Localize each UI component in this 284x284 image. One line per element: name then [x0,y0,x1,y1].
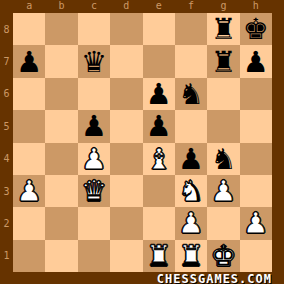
square-g8: ♜ [207,13,239,45]
square-d6 [110,78,142,110]
piece-black-pawn: ♟ [16,46,42,78]
piece-white-bishop: ♝ [146,143,172,175]
file-label-f: f [175,0,207,13]
piece-black-pawn: ♟ [81,110,107,142]
square-g2 [207,207,239,239]
square-d4 [110,143,142,175]
square-f1: ♜ [175,240,207,272]
piece-white-queen: ♛ [81,175,107,207]
rank-label-7: 7 [0,56,13,67]
rank-labels: 87654321 [0,13,13,272]
square-b1 [45,240,77,272]
rank-label-4: 4 [0,153,13,164]
rank-label-2: 2 [0,218,13,229]
rank-label-8: 8 [0,24,13,35]
piece-black-queen: ♛ [81,46,107,78]
square-a5 [13,110,45,142]
file-label-h: h [240,0,272,13]
square-a3: ♟ [13,175,45,207]
square-g6 [207,78,239,110]
rank-label-5: 5 [0,121,13,132]
square-c2 [78,207,110,239]
piece-white-knight: ♞ [178,175,204,207]
chess-board: ♜♚♟♛♜♟♟♞♟♟♟♝♟♞♟♛♞♟♟♟♜♜♚ [13,13,272,272]
square-f3: ♞ [175,175,207,207]
square-c8 [78,13,110,45]
square-c7: ♛ [78,45,110,77]
square-h5 [240,110,272,142]
square-b3 [45,175,77,207]
square-c3: ♛ [78,175,110,207]
chessgames-site-link[interactable]: CHESSGAMES.COM [157,272,272,284]
square-e1: ♜ [143,240,175,272]
square-b5 [45,110,77,142]
square-b6 [45,78,77,110]
square-c1 [78,240,110,272]
square-h4 [240,143,272,175]
square-h2: ♟ [240,207,272,239]
square-h8: ♚ [240,13,272,45]
square-a1 [13,240,45,272]
square-d1 [110,240,142,272]
square-a2 [13,207,45,239]
piece-black-king: ♚ [243,13,269,45]
square-e5: ♟ [143,110,175,142]
file-label-g: g [207,0,239,13]
piece-black-pawn: ♟ [146,78,172,110]
square-h7: ♟ [240,45,272,77]
piece-white-pawn: ♟ [178,207,204,239]
piece-white-king: ♚ [210,240,236,272]
square-c5: ♟ [78,110,110,142]
square-f6: ♞ [175,78,207,110]
square-f7 [175,45,207,77]
piece-white-pawn: ♟ [210,175,236,207]
square-a7: ♟ [13,45,45,77]
piece-black-pawn: ♟ [243,46,269,78]
piece-white-pawn: ♟ [16,175,42,207]
piece-black-pawn: ♟ [178,143,204,175]
square-d3 [110,175,142,207]
piece-white-rook: ♜ [178,240,204,272]
square-b4 [45,143,77,175]
file-label-c: c [78,0,110,13]
square-h1 [240,240,272,272]
rank-label-1: 1 [0,250,13,261]
square-d5 [110,110,142,142]
piece-black-knight: ♞ [178,78,204,110]
square-d7 [110,45,142,77]
square-a6 [13,78,45,110]
square-g5 [207,110,239,142]
square-e6: ♟ [143,78,175,110]
piece-black-rook: ♜ [210,46,236,78]
square-b7 [45,45,77,77]
rank-label-6: 6 [0,88,13,99]
square-f2: ♟ [175,207,207,239]
piece-black-knight: ♞ [210,143,236,175]
square-e4: ♝ [143,143,175,175]
square-b8 [45,13,77,45]
square-h3 [240,175,272,207]
square-g3: ♟ [207,175,239,207]
square-a8 [13,13,45,45]
piece-white-pawn: ♟ [81,143,107,175]
square-f4: ♟ [175,143,207,175]
square-c6 [78,78,110,110]
file-label-d: d [110,0,142,13]
piece-white-pawn: ♟ [243,207,269,239]
file-label-a: a [13,0,45,13]
square-g1: ♚ [207,240,239,272]
piece-black-pawn: ♟ [146,110,172,142]
square-e2 [143,207,175,239]
square-b2 [45,207,77,239]
file-labels: abcdefgh [13,0,272,13]
square-g4: ♞ [207,143,239,175]
square-e7 [143,45,175,77]
square-h6 [240,78,272,110]
square-f8 [175,13,207,45]
rank-label-3: 3 [0,186,13,197]
square-d2 [110,207,142,239]
square-f5 [175,110,207,142]
chess-diagram: abcdefgh 87654321 ♜♚♟♛♜♟♟♞♟♟♟♝♟♞♟♛♞♟♟♟♜♜… [0,0,284,284]
square-c4: ♟ [78,143,110,175]
square-e3 [143,175,175,207]
piece-black-rook: ♜ [210,13,236,45]
square-a4 [13,143,45,175]
square-d8 [110,13,142,45]
file-label-e: e [143,0,175,13]
file-label-b: b [45,0,77,13]
square-e8 [143,13,175,45]
square-g7: ♜ [207,45,239,77]
piece-white-rook: ♜ [146,240,172,272]
